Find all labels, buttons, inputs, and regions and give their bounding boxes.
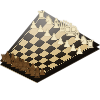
product-photo: ♜♞♝♛♚♝♞♜♟♟♟♟♟♟♟♟♟♟♟♟♟♟♟♟♜♞♝♛♚♝♞♜	[0, 0, 100, 100]
piece-black-rook: ♜	[33, 70, 42, 80]
piece-white-rook: ♜	[86, 39, 96, 50]
pieces-layer: ♜♞♝♛♚♝♞♜♟♟♟♟♟♟♟♟♟♟♟♟♟♟♟♟♜♞♝♛♚♝♞♜	[0, 0, 100, 100]
piece-white-pawn: ♟	[75, 46, 84, 56]
